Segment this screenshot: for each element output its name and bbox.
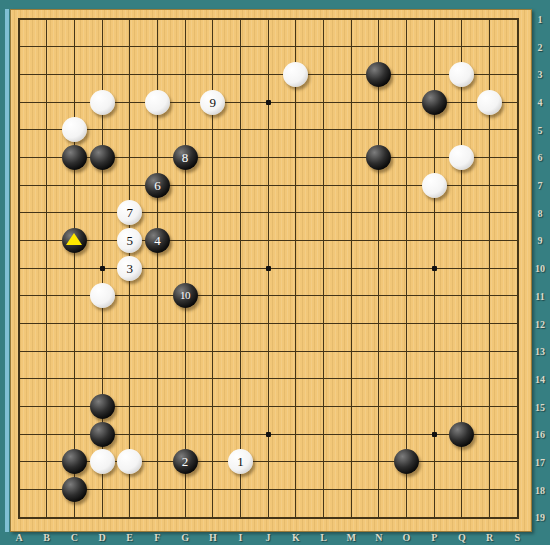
- stone-white-F4[interactable]: [145, 90, 170, 115]
- row-label-15: 15: [531, 403, 549, 413]
- col-label-Q: Q: [455, 533, 469, 543]
- stone-black-Q16[interactable]: [449, 422, 474, 447]
- row-label-9: 9: [531, 236, 549, 246]
- col-label-D: D: [95, 533, 109, 543]
- stone-black-C9[interactable]: [62, 228, 87, 253]
- col-label-G: G: [178, 533, 192, 543]
- stone-black-D16[interactable]: [90, 422, 115, 447]
- col-label-I: I: [233, 533, 247, 543]
- row-label-14: 14: [531, 375, 549, 385]
- col-label-J: J: [261, 533, 275, 543]
- stone-black-F7[interactable]: 6: [145, 173, 170, 198]
- col-label-K: K: [289, 533, 303, 543]
- stone-black-C6[interactable]: [62, 145, 87, 170]
- stone-black-D6[interactable]: [90, 145, 115, 170]
- move-number: 4: [154, 234, 161, 247]
- row-label-4: 4: [531, 98, 549, 108]
- col-label-C: C: [67, 533, 81, 543]
- move-number: 1: [237, 455, 244, 468]
- col-label-S: S: [510, 533, 524, 543]
- stone-white-E10[interactable]: 3: [117, 256, 142, 281]
- col-label-O: O: [400, 533, 414, 543]
- star-point-J16: [266, 432, 271, 437]
- col-label-E: E: [123, 533, 137, 543]
- row-label-11: 11: [531, 292, 549, 302]
- stone-white-P7[interactable]: [422, 173, 447, 198]
- triangle-marker-icon: [66, 233, 82, 245]
- stone-black-C18[interactable]: [62, 477, 87, 502]
- row-label-19: 19: [531, 513, 549, 523]
- star-point-J10: [266, 266, 271, 271]
- move-number: 3: [126, 262, 133, 275]
- stone-white-H4[interactable]: 9: [200, 90, 225, 115]
- col-label-F: F: [150, 533, 164, 543]
- row-label-6: 6: [531, 153, 549, 163]
- stone-black-G17[interactable]: 2: [173, 449, 198, 474]
- row-label-7: 7: [531, 181, 549, 191]
- move-number: 10: [180, 290, 190, 301]
- col-label-M: M: [344, 533, 358, 543]
- move-number: 7: [126, 206, 133, 219]
- star-point-J4: [266, 100, 271, 105]
- row-label-12: 12: [531, 320, 549, 330]
- row-label-1: 1: [531, 15, 549, 25]
- col-label-P: P: [427, 533, 441, 543]
- row-label-16: 16: [531, 430, 549, 440]
- stone-black-F9[interactable]: 4: [145, 228, 170, 253]
- row-label-3: 3: [531, 70, 549, 80]
- col-label-A: A: [12, 533, 26, 543]
- move-number: 5: [126, 234, 133, 247]
- stone-white-D17[interactable]: [90, 449, 115, 474]
- row-label-2: 2: [531, 43, 549, 53]
- col-label-L: L: [317, 533, 331, 543]
- move-number: 9: [210, 96, 217, 109]
- star-point-D10: [100, 266, 105, 271]
- frame-highlight: [5, 9, 9, 532]
- star-point-P16: [432, 432, 437, 437]
- move-number: 8: [182, 151, 189, 164]
- stone-white-E9[interactable]: 5: [117, 228, 142, 253]
- col-label-B: B: [40, 533, 54, 543]
- stone-white-D11[interactable]: [90, 283, 115, 308]
- col-label-R: R: [483, 533, 497, 543]
- row-label-17: 17: [531, 458, 549, 468]
- row-label-18: 18: [531, 486, 549, 496]
- go-diagram: 98675431021 ABCDEFGHIJKLMNOPQRS 12345678…: [0, 0, 550, 545]
- stone-black-D15[interactable]: [90, 394, 115, 419]
- row-label-5: 5: [531, 126, 549, 136]
- move-number: 6: [154, 179, 161, 192]
- move-number: 2: [182, 455, 189, 468]
- row-label-10: 10: [531, 264, 549, 274]
- row-label-8: 8: [531, 209, 549, 219]
- col-label-H: H: [206, 533, 220, 543]
- row-label-13: 13: [531, 347, 549, 357]
- stone-white-D4[interactable]: [90, 90, 115, 115]
- stone-black-G6[interactable]: 8: [173, 145, 198, 170]
- stone-black-G11[interactable]: 10: [173, 283, 198, 308]
- stone-white-C5[interactable]: [62, 117, 87, 142]
- stone-black-P4[interactable]: [422, 90, 447, 115]
- star-point-P10: [432, 266, 437, 271]
- stone-white-R4[interactable]: [477, 90, 502, 115]
- col-label-N: N: [372, 533, 386, 543]
